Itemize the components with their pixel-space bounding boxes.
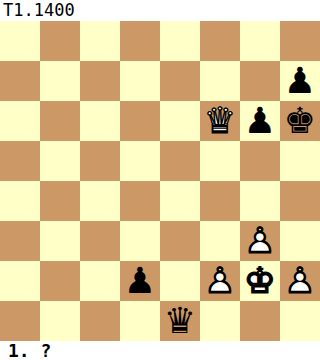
square-a4[interactable] bbox=[0, 181, 40, 221]
square-a2[interactable] bbox=[0, 261, 40, 301]
square-d8[interactable] bbox=[120, 21, 160, 61]
square-f8[interactable] bbox=[200, 21, 240, 61]
black-pawn-glyph: ♟ bbox=[280, 61, 320, 101]
square-e3[interactable] bbox=[160, 221, 200, 261]
square-e4[interactable] bbox=[160, 181, 200, 221]
square-a6[interactable] bbox=[0, 101, 40, 141]
square-c7[interactable] bbox=[80, 61, 120, 101]
square-g2[interactable]: ♚♔ bbox=[240, 261, 280, 301]
black-pawn-glyph: ♟ bbox=[240, 101, 280, 141]
square-b5[interactable] bbox=[40, 141, 80, 181]
black-pawn-piece[interactable]: ♟ bbox=[120, 261, 160, 301]
square-h8[interactable] bbox=[280, 21, 320, 61]
square-e6[interactable] bbox=[160, 101, 200, 141]
white-king-piece[interactable]: ♚♔ bbox=[240, 261, 280, 301]
square-h4[interactable] bbox=[280, 181, 320, 221]
square-e1[interactable]: ♛ bbox=[160, 301, 200, 341]
square-c5[interactable] bbox=[80, 141, 120, 181]
square-g4[interactable] bbox=[240, 181, 280, 221]
square-a5[interactable] bbox=[0, 141, 40, 181]
square-h6[interactable]: ♚ bbox=[280, 101, 320, 141]
white-pawn-glyph-outline: ♙ bbox=[240, 221, 280, 261]
chess-board: ♟♛♕♟♚♟♙♟♟♙♚♔♟♙♛ bbox=[0, 21, 320, 341]
square-a8[interactable] bbox=[0, 21, 40, 61]
white-pawn-piece[interactable]: ♟♙ bbox=[280, 261, 320, 301]
square-e8[interactable] bbox=[160, 21, 200, 61]
square-f1[interactable] bbox=[200, 301, 240, 341]
white-pawn-glyph-outline: ♙ bbox=[280, 261, 320, 301]
square-d7[interactable] bbox=[120, 61, 160, 101]
white-queen-piece[interactable]: ♛♕ bbox=[200, 101, 240, 141]
square-f4[interactable] bbox=[200, 181, 240, 221]
move-prompt: 1. ? bbox=[0, 341, 51, 360]
black-pawn-glyph: ♟ bbox=[120, 261, 160, 301]
black-queen-glyph: ♛ bbox=[160, 301, 200, 341]
black-queen-piece[interactable]: ♛ bbox=[160, 301, 200, 341]
status-bar: 1. ? bbox=[0, 341, 320, 360]
black-king-glyph: ♚ bbox=[280, 101, 320, 141]
square-a3[interactable] bbox=[0, 221, 40, 261]
square-e7[interactable] bbox=[160, 61, 200, 101]
square-b2[interactable] bbox=[40, 261, 80, 301]
white-pawn-piece[interactable]: ♟♙ bbox=[200, 261, 240, 301]
square-c2[interactable] bbox=[80, 261, 120, 301]
square-d2[interactable]: ♟ bbox=[120, 261, 160, 301]
ct-art-window: T1.1400 ♟♛♕♟♚♟♙♟♟♙♚♔♟♙♛ 1. ? bbox=[0, 0, 320, 360]
black-pawn-piece[interactable]: ♟ bbox=[280, 61, 320, 101]
square-h5[interactable] bbox=[280, 141, 320, 181]
square-e5[interactable] bbox=[160, 141, 200, 181]
square-g8[interactable] bbox=[240, 21, 280, 61]
square-a1[interactable] bbox=[0, 301, 40, 341]
square-f3[interactable] bbox=[200, 221, 240, 261]
square-d5[interactable] bbox=[120, 141, 160, 181]
square-d4[interactable] bbox=[120, 181, 160, 221]
square-b3[interactable] bbox=[40, 221, 80, 261]
square-h2[interactable]: ♟♙ bbox=[280, 261, 320, 301]
square-h1[interactable] bbox=[280, 301, 320, 341]
square-b8[interactable] bbox=[40, 21, 80, 61]
square-g1[interactable] bbox=[240, 301, 280, 341]
square-h3[interactable] bbox=[280, 221, 320, 261]
square-d1[interactable] bbox=[120, 301, 160, 341]
square-e2[interactable] bbox=[160, 261, 200, 301]
square-f2[interactable]: ♟♙ bbox=[200, 261, 240, 301]
square-c8[interactable] bbox=[80, 21, 120, 61]
black-king-piece[interactable]: ♚ bbox=[280, 101, 320, 141]
square-c4[interactable] bbox=[80, 181, 120, 221]
square-d3[interactable] bbox=[120, 221, 160, 261]
square-g5[interactable] bbox=[240, 141, 280, 181]
square-c1[interactable] bbox=[80, 301, 120, 341]
square-b6[interactable] bbox=[40, 101, 80, 141]
title-bar: T1.1400 bbox=[0, 0, 320, 21]
square-g7[interactable] bbox=[240, 61, 280, 101]
square-f5[interactable] bbox=[200, 141, 240, 181]
black-pawn-piece[interactable]: ♟ bbox=[240, 101, 280, 141]
square-b7[interactable] bbox=[40, 61, 80, 101]
square-g3[interactable]: ♟♙ bbox=[240, 221, 280, 261]
square-b4[interactable] bbox=[40, 181, 80, 221]
white-queen-glyph-outline: ♕ bbox=[200, 101, 240, 141]
square-g6[interactable]: ♟ bbox=[240, 101, 280, 141]
square-c3[interactable] bbox=[80, 221, 120, 261]
square-d6[interactable] bbox=[120, 101, 160, 141]
square-c6[interactable] bbox=[80, 101, 120, 141]
white-pawn-glyph-outline: ♙ bbox=[200, 261, 240, 301]
problem-id: T1.1400 bbox=[0, 0, 75, 21]
square-f7[interactable] bbox=[200, 61, 240, 101]
square-a7[interactable] bbox=[0, 61, 40, 101]
square-f6[interactable]: ♛♕ bbox=[200, 101, 240, 141]
square-h7[interactable]: ♟ bbox=[280, 61, 320, 101]
white-king-glyph-outline: ♔ bbox=[240, 261, 280, 301]
white-pawn-piece[interactable]: ♟♙ bbox=[240, 221, 280, 261]
square-b1[interactable] bbox=[40, 301, 80, 341]
